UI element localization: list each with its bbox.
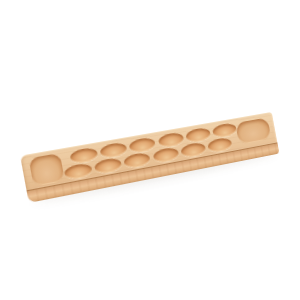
pit-north-6[interactable]	[212, 122, 238, 138]
product-photo-background	[0, 0, 300, 300]
pit-north-3[interactable]	[129, 136, 157, 153]
store-right	[235, 117, 271, 144]
store-left	[28, 153, 64, 187]
pit-north-2[interactable]	[99, 141, 128, 159]
pit-south-5[interactable]	[180, 141, 206, 158]
pit-south-4[interactable]	[152, 146, 179, 163]
board-plank	[20, 112, 279, 202]
pit-south-6[interactable]	[207, 136, 233, 153]
pit-north-1[interactable]	[69, 146, 98, 164]
pit-north-4[interactable]	[157, 131, 184, 148]
pit-north-5[interactable]	[185, 126, 211, 143]
